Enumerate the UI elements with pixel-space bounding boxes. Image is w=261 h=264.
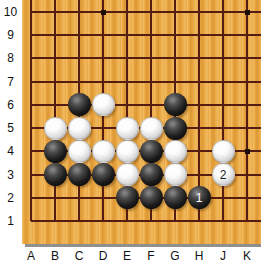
star-point: [245, 149, 250, 154]
move-number-label: 1: [196, 192, 203, 204]
column-label-H: H: [189, 249, 209, 263]
stone-white-G4[interactable]: [164, 140, 187, 163]
stone-black-G6[interactable]: [164, 93, 187, 116]
move-number-label: 2: [220, 169, 227, 181]
stone-black-F2[interactable]: [140, 186, 163, 209]
stone-white-J4[interactable]: [212, 140, 235, 163]
column-label-D: D: [93, 249, 113, 263]
stone-white-D6[interactable]: [92, 93, 115, 116]
row-label-9: 9: [0, 26, 21, 44]
column-label-G: G: [165, 249, 185, 263]
go-diagram: 21 10987654321 ABCDEFGHJK: [0, 0, 261, 264]
stone-black-F4[interactable]: [140, 140, 163, 163]
stone-white-F5[interactable]: [140, 117, 163, 140]
row-label-2: 2: [0, 189, 21, 207]
stone-black-B4[interactable]: [44, 140, 67, 163]
stone-white-E5[interactable]: [116, 117, 139, 140]
stone-white-E3[interactable]: [116, 163, 139, 186]
stone-black-C3[interactable]: [68, 163, 91, 186]
row-label-4: 4: [0, 142, 21, 160]
stone-black-B3[interactable]: [44, 163, 67, 186]
stone-white-E4[interactable]: [116, 140, 139, 163]
column-label-J: J: [213, 249, 233, 263]
stone-white-C4[interactable]: [68, 140, 91, 163]
board-shadow: [25, 244, 261, 247]
column-label-E: E: [117, 249, 137, 263]
column-label-A: A: [21, 249, 41, 263]
stone-black-C6[interactable]: [68, 93, 91, 116]
stone-white-J3[interactable]: 2: [212, 163, 235, 186]
stone-black-G5[interactable]: [164, 117, 187, 140]
row-label-3: 3: [0, 166, 21, 184]
row-label-1: 1: [0, 212, 21, 230]
stone-black-H2[interactable]: 1: [188, 186, 211, 209]
row-label-5: 5: [0, 119, 21, 137]
stone-black-F3[interactable]: [140, 163, 163, 186]
row-label-7: 7: [0, 73, 21, 91]
row-label-10: 10: [0, 3, 21, 21]
row-label-8: 8: [0, 49, 21, 67]
stone-black-G2[interactable]: [164, 186, 187, 209]
stone-black-D3[interactable]: [92, 163, 115, 186]
column-label-C: C: [69, 249, 89, 263]
column-label-K: K: [237, 249, 257, 263]
stone-white-B5[interactable]: [44, 117, 67, 140]
stone-white-D4[interactable]: [92, 140, 115, 163]
go-board[interactable]: 21: [22, 0, 261, 244]
star-point: [101, 10, 106, 15]
stone-white-G3[interactable]: [164, 163, 187, 186]
column-label-B: B: [45, 249, 65, 263]
star-point: [245, 10, 250, 15]
stone-white-C5[interactable]: [68, 117, 91, 140]
column-label-F: F: [141, 249, 161, 263]
row-label-6: 6: [0, 96, 21, 114]
stone-black-E2[interactable]: [116, 186, 139, 209]
